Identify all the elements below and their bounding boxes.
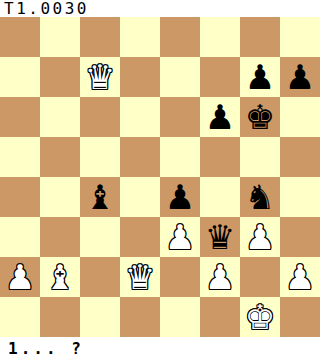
move-prompt-label: 1... ?: [8, 339, 84, 358]
square-c6[interactable]: [80, 97, 120, 137]
piece-black-queen[interactable]: ♛: [205, 217, 235, 257]
square-h3[interactable]: [280, 217, 320, 257]
puzzle-id-label: T1.0030: [4, 0, 89, 17]
square-a6[interactable]: [0, 97, 40, 137]
piece-white-bishop[interactable]: ♝: [45, 257, 75, 297]
square-d5[interactable]: [120, 137, 160, 177]
square-d2[interactable]: ♛: [120, 257, 160, 297]
chess-board: ♛♟♟♟♚♝♟♞♟♛♟♟♝♛♟♟♚: [0, 17, 320, 337]
square-g8[interactable]: [240, 17, 280, 57]
square-e3[interactable]: ♟: [160, 217, 200, 257]
square-b7[interactable]: [40, 57, 80, 97]
square-b5[interactable]: [40, 137, 80, 177]
square-h2[interactable]: ♟: [280, 257, 320, 297]
square-b8[interactable]: [40, 17, 80, 57]
square-d3[interactable]: [120, 217, 160, 257]
square-g5[interactable]: [240, 137, 280, 177]
square-h5[interactable]: [280, 137, 320, 177]
square-h8[interactable]: [280, 17, 320, 57]
square-b2[interactable]: ♝: [40, 257, 80, 297]
square-c1[interactable]: [80, 297, 120, 337]
square-c2[interactable]: [80, 257, 120, 297]
square-a7[interactable]: [0, 57, 40, 97]
piece-white-pawn[interactable]: ♟: [5, 257, 35, 297]
square-e6[interactable]: [160, 97, 200, 137]
square-d4[interactable]: [120, 177, 160, 217]
square-f8[interactable]: [200, 17, 240, 57]
square-h1[interactable]: [280, 297, 320, 337]
square-g7[interactable]: ♟: [240, 57, 280, 97]
square-h6[interactable]: [280, 97, 320, 137]
square-a4[interactable]: [0, 177, 40, 217]
square-c7[interactable]: ♛: [80, 57, 120, 97]
square-c3[interactable]: [80, 217, 120, 257]
square-e5[interactable]: [160, 137, 200, 177]
piece-black-bishop[interactable]: ♝: [85, 177, 115, 217]
square-g4[interactable]: ♞: [240, 177, 280, 217]
piece-white-queen[interactable]: ♛: [125, 257, 155, 297]
square-g2[interactable]: [240, 257, 280, 297]
piece-white-pawn[interactable]: ♟: [165, 217, 195, 257]
piece-white-queen[interactable]: ♛: [85, 57, 115, 97]
square-g1[interactable]: ♚: [240, 297, 280, 337]
square-h4[interactable]: [280, 177, 320, 217]
square-g6[interactable]: ♚: [240, 97, 280, 137]
piece-black-pawn[interactable]: ♟: [245, 57, 275, 97]
piece-white-pawn[interactable]: ♟: [285, 257, 315, 297]
square-h7[interactable]: ♟: [280, 57, 320, 97]
square-e8[interactable]: [160, 17, 200, 57]
square-e2[interactable]: [160, 257, 200, 297]
square-f7[interactable]: [200, 57, 240, 97]
square-d7[interactable]: [120, 57, 160, 97]
piece-white-king[interactable]: ♚: [245, 297, 275, 337]
square-b6[interactable]: [40, 97, 80, 137]
square-a2[interactable]: ♟: [0, 257, 40, 297]
square-a1[interactable]: [0, 297, 40, 337]
square-c4[interactable]: ♝: [80, 177, 120, 217]
square-b3[interactable]: [40, 217, 80, 257]
square-f4[interactable]: [200, 177, 240, 217]
piece-black-king[interactable]: ♚: [245, 97, 275, 137]
square-g3[interactable]: ♟: [240, 217, 280, 257]
piece-white-pawn[interactable]: ♟: [205, 257, 235, 297]
square-e1[interactable]: [160, 297, 200, 337]
square-f5[interactable]: [200, 137, 240, 177]
piece-white-pawn[interactable]: ♟: [245, 217, 275, 257]
square-f1[interactable]: [200, 297, 240, 337]
square-c8[interactable]: [80, 17, 120, 57]
square-d1[interactable]: [120, 297, 160, 337]
square-a8[interactable]: [0, 17, 40, 57]
square-f6[interactable]: ♟: [200, 97, 240, 137]
square-a5[interactable]: [0, 137, 40, 177]
square-f2[interactable]: ♟: [200, 257, 240, 297]
square-d6[interactable]: [120, 97, 160, 137]
piece-black-pawn[interactable]: ♟: [205, 97, 235, 137]
piece-black-pawn[interactable]: ♟: [165, 177, 195, 217]
square-a3[interactable]: [0, 217, 40, 257]
square-e4[interactable]: ♟: [160, 177, 200, 217]
piece-black-pawn[interactable]: ♟: [285, 57, 315, 97]
square-f3[interactable]: ♛: [200, 217, 240, 257]
piece-black-knight[interactable]: ♞: [245, 177, 275, 217]
square-b4[interactable]: [40, 177, 80, 217]
square-e7[interactable]: [160, 57, 200, 97]
square-d8[interactable]: [120, 17, 160, 57]
square-c5[interactable]: [80, 137, 120, 177]
square-b1[interactable]: [40, 297, 80, 337]
